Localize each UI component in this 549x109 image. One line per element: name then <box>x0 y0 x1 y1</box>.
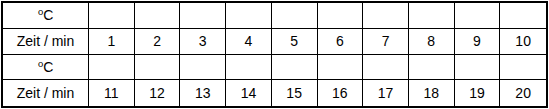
time-cell: 9 <box>455 29 501 55</box>
temp-cell <box>89 55 135 81</box>
temp-cell <box>272 3 318 29</box>
time-cell: 16 <box>318 80 364 106</box>
temp-unit-label-1: ⁰C <box>3 3 89 29</box>
temp-cell <box>500 3 546 29</box>
temp-cell <box>226 3 272 29</box>
temp-cell <box>455 55 501 81</box>
time-cell: 18 <box>409 80 455 106</box>
time-cell: 5 <box>272 29 318 55</box>
temp-cell <box>180 55 226 81</box>
temp-cell <box>409 55 455 81</box>
time-cell: 8 <box>409 29 455 55</box>
time-cell: 20 <box>500 80 546 106</box>
temp-cell <box>226 55 272 81</box>
time-cell: 4 <box>226 29 272 55</box>
time-cell: 15 <box>272 80 318 106</box>
time-cell: 10 <box>500 29 546 55</box>
measurement-table: ⁰C Zeit / min 1 2 3 4 5 6 7 8 9 10 ⁰C Ze… <box>1 1 548 108</box>
temp-cell <box>455 3 501 29</box>
time-cell: 19 <box>455 80 501 106</box>
temp-cell <box>135 55 181 81</box>
time-cell: 11 <box>89 80 135 106</box>
time-cell: 1 <box>89 29 135 55</box>
time-cell: 7 <box>363 29 409 55</box>
time-cell: 17 <box>363 80 409 106</box>
time-cell: 14 <box>226 80 272 106</box>
temp-cell <box>409 3 455 29</box>
time-cell: 3 <box>180 29 226 55</box>
temp-cell <box>318 3 364 29</box>
time-label-1: Zeit / min <box>3 29 89 55</box>
time-cell: 6 <box>318 29 364 55</box>
time-cell: 13 <box>180 80 226 106</box>
time-label-2: Zeit / min <box>3 80 89 106</box>
temp-cell <box>89 3 135 29</box>
time-cell: 12 <box>135 80 181 106</box>
temp-cell <box>363 3 409 29</box>
temp-cell <box>135 3 181 29</box>
temp-unit-label-2: ⁰C <box>3 55 89 81</box>
temp-cell <box>500 55 546 81</box>
temp-cell <box>318 55 364 81</box>
temp-cell <box>272 55 318 81</box>
temp-cell <box>180 3 226 29</box>
temp-cell <box>363 55 409 81</box>
time-cell: 2 <box>135 29 181 55</box>
